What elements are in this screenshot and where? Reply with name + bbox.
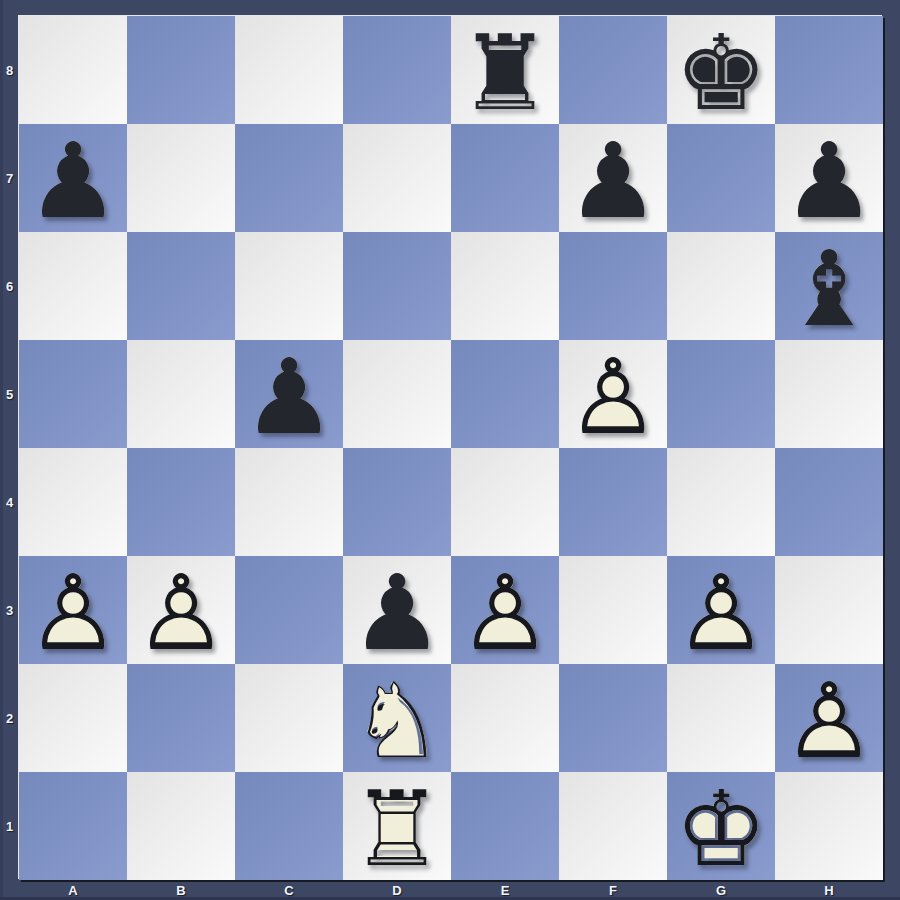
piece-white-pawn[interactable]: ♟♙	[775, 664, 883, 772]
square-c4[interactable]	[235, 448, 343, 556]
piece-white-pawn[interactable]: ♟♙	[451, 556, 559, 664]
black-pawn-icon: ♟	[19, 127, 127, 235]
file-label-e: E	[451, 880, 559, 900]
square-h4[interactable]	[775, 448, 883, 556]
file-label-f: F	[559, 880, 667, 900]
square-e8[interactable]: ♖♜	[451, 16, 559, 124]
square-h1[interactable]	[775, 772, 883, 880]
square-f2[interactable]	[559, 664, 667, 772]
white-pawn-icon: ♙	[559, 343, 667, 451]
rank-label-6: 6	[0, 232, 19, 340]
rank-label-3: 3	[0, 556, 19, 664]
white-pawn-icon: ♙	[19, 559, 127, 667]
black-pawn-icon: ♟	[343, 559, 451, 667]
square-c3[interactable]	[235, 556, 343, 664]
square-a5[interactable]	[19, 340, 127, 448]
square-g4[interactable]	[667, 448, 775, 556]
square-e4[interactable]	[451, 448, 559, 556]
square-d2[interactable]: ♞♘	[343, 664, 451, 772]
square-h5[interactable]	[775, 340, 883, 448]
piece-black-pawn[interactable]: ♙♟	[235, 340, 343, 448]
square-b7[interactable]	[127, 124, 235, 232]
rank-label-1: 1	[0, 772, 19, 880]
square-d8[interactable]	[343, 16, 451, 124]
rank-label-4: 4	[0, 448, 19, 556]
square-h3[interactable]	[775, 556, 883, 664]
square-c5[interactable]: ♙♟	[235, 340, 343, 448]
square-b6[interactable]	[127, 232, 235, 340]
square-f4[interactable]	[559, 448, 667, 556]
square-a3[interactable]: ♟♙	[19, 556, 127, 664]
file-label-a: A	[19, 880, 127, 900]
black-king-icon: ♚	[667, 19, 775, 127]
square-e3[interactable]: ♟♙	[451, 556, 559, 664]
square-d7[interactable]	[343, 124, 451, 232]
square-a8[interactable]	[19, 16, 127, 124]
piece-black-rook[interactable]: ♖♜	[451, 16, 559, 124]
square-b2[interactable]	[127, 664, 235, 772]
square-e6[interactable]	[451, 232, 559, 340]
chess-app: 87654321 ABCDEFGH ♖♜♔♚♙♟♙♟♙♟♗♝♙♟♟♙♟♙♟♙♙♟…	[0, 0, 900, 900]
square-c6[interactable]	[235, 232, 343, 340]
square-b8[interactable]	[127, 16, 235, 124]
square-g6[interactable]	[667, 232, 775, 340]
black-pawn-icon: ♟	[235, 343, 343, 451]
black-pawn-icon: ♟	[775, 127, 883, 235]
square-b3[interactable]: ♟♙	[127, 556, 235, 664]
piece-black-pawn[interactable]: ♙♟	[775, 124, 883, 232]
square-d4[interactable]	[343, 448, 451, 556]
square-f7[interactable]: ♙♟	[559, 124, 667, 232]
file-label-b: B	[127, 880, 235, 900]
square-b5[interactable]	[127, 340, 235, 448]
square-d6[interactable]	[343, 232, 451, 340]
square-b1[interactable]	[127, 772, 235, 880]
square-b4[interactable]	[127, 448, 235, 556]
square-e5[interactable]	[451, 340, 559, 448]
piece-white-pawn[interactable]: ♟♙	[127, 556, 235, 664]
square-c2[interactable]	[235, 664, 343, 772]
black-rook-icon: ♜	[451, 19, 559, 127]
rank-label-5: 5	[0, 340, 19, 448]
piece-black-king[interactable]: ♔♚	[667, 16, 775, 124]
black-bishop-icon: ♝	[775, 235, 883, 343]
square-a1[interactable]	[19, 772, 127, 880]
square-f5[interactable]: ♟♙	[559, 340, 667, 448]
piece-white-rook[interactable]: ♜♖	[343, 772, 451, 880]
square-c8[interactable]	[235, 16, 343, 124]
piece-white-pawn[interactable]: ♟♙	[667, 556, 775, 664]
piece-black-pawn[interactable]: ♙♟	[559, 124, 667, 232]
square-h8[interactable]	[775, 16, 883, 124]
square-g3[interactable]: ♟♙	[667, 556, 775, 664]
chess-board: ♖♜♔♚♙♟♙♟♙♟♗♝♙♟♟♙♟♙♟♙♙♟♟♙♟♙♞♘♟♙♜♖♚♔	[19, 16, 883, 880]
piece-white-pawn[interactable]: ♟♙	[559, 340, 667, 448]
square-g5[interactable]	[667, 340, 775, 448]
file-label-h: H	[775, 880, 883, 900]
square-a2[interactable]	[19, 664, 127, 772]
white-knight-icon: ♘	[343, 667, 451, 775]
white-pawn-icon: ♙	[127, 559, 235, 667]
piece-white-knight[interactable]: ♞♘	[343, 664, 451, 772]
file-label-c: C	[235, 880, 343, 900]
square-d1[interactable]: ♜♖	[343, 772, 451, 880]
square-f3[interactable]	[559, 556, 667, 664]
white-pawn-icon: ♙	[775, 667, 883, 775]
square-d3[interactable]: ♙♟	[343, 556, 451, 664]
rank-label-2: 2	[0, 664, 19, 772]
white-king-icon: ♔	[667, 775, 775, 883]
rank-label-8: 8	[0, 16, 19, 124]
square-e2[interactable]	[451, 664, 559, 772]
piece-black-pawn[interactable]: ♙♟	[19, 124, 127, 232]
square-a4[interactable]	[19, 448, 127, 556]
white-pawn-icon: ♙	[667, 559, 775, 667]
piece-white-king[interactable]: ♚♔	[667, 772, 775, 880]
square-h6[interactable]: ♗♝	[775, 232, 883, 340]
square-f6[interactable]	[559, 232, 667, 340]
square-c1[interactable]	[235, 772, 343, 880]
square-a7[interactable]: ♙♟	[19, 124, 127, 232]
square-a6[interactable]	[19, 232, 127, 340]
piece-black-pawn[interactable]: ♙♟	[343, 556, 451, 664]
square-g8[interactable]: ♔♚	[667, 16, 775, 124]
white-pawn-icon: ♙	[451, 559, 559, 667]
square-d5[interactable]	[343, 340, 451, 448]
square-g7[interactable]	[667, 124, 775, 232]
square-g1[interactable]: ♚♔	[667, 772, 775, 880]
square-e7[interactable]	[451, 124, 559, 232]
square-e1[interactable]	[451, 772, 559, 880]
piece-black-bishop[interactable]: ♗♝	[775, 232, 883, 340]
square-h2[interactable]: ♟♙	[775, 664, 883, 772]
square-f1[interactable]	[559, 772, 667, 880]
square-g2[interactable]	[667, 664, 775, 772]
square-f8[interactable]	[559, 16, 667, 124]
square-h7[interactable]: ♙♟	[775, 124, 883, 232]
rank-label-7: 7	[0, 124, 19, 232]
square-c7[interactable]	[235, 124, 343, 232]
piece-white-pawn[interactable]: ♟♙	[19, 556, 127, 664]
white-rook-icon: ♖	[343, 775, 451, 883]
black-pawn-icon: ♟	[559, 127, 667, 235]
